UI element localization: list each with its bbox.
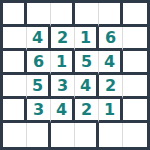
cell-r2c3[interactable]: 2 [51, 27, 75, 51]
cell-r6c5[interactable] [99, 123, 123, 147]
cell-r5c3[interactable]: 4 [51, 99, 75, 123]
cell-r3c2[interactable]: 6 [27, 51, 51, 75]
cell-r1c6[interactable] [123, 3, 147, 27]
cell-r3c4[interactable]: 5 [75, 51, 99, 75]
cell-r2c5[interactable]: 6 [99, 27, 123, 51]
cell-r2c4[interactable]: 1 [75, 27, 99, 51]
cell-r1c2[interactable] [27, 3, 51, 27]
cell-r1c3[interactable] [51, 3, 75, 27]
cell-r2c1[interactable] [3, 27, 27, 51]
cell-r1c4[interactable] [75, 3, 99, 27]
cell-r3c5[interactable]: 4 [99, 51, 123, 75]
cell-r6c4[interactable] [75, 123, 99, 147]
cell-r5c6[interactable] [123, 99, 147, 123]
puzzle-board: 4216615453423421 [0, 0, 150, 150]
cell-r4c6[interactable] [123, 75, 147, 99]
cell-r6c2[interactable] [27, 123, 51, 147]
cell-r3c1[interactable] [3, 51, 27, 75]
cell-r6c3[interactable] [51, 123, 75, 147]
cell-r4c3[interactable]: 3 [51, 75, 75, 99]
cell-r5c2[interactable]: 3 [27, 99, 51, 123]
cell-r2c6[interactable] [123, 27, 147, 51]
cell-r3c3[interactable]: 1 [51, 51, 75, 75]
cell-r4c2[interactable]: 5 [27, 75, 51, 99]
cell-r1c1[interactable] [3, 3, 27, 27]
cell-r4c5[interactable]: 2 [99, 75, 123, 99]
cell-r4c4[interactable]: 4 [75, 75, 99, 99]
cell-r5c5[interactable]: 1 [99, 99, 123, 123]
cell-r5c1[interactable] [3, 99, 27, 123]
cell-r4c1[interactable] [3, 75, 27, 99]
cell-r1c5[interactable] [99, 3, 123, 27]
cell-r3c6[interactable] [123, 51, 147, 75]
cell-r2c2[interactable]: 4 [27, 27, 51, 51]
cell-r6c1[interactable] [3, 123, 27, 147]
cell-r6c6[interactable] [123, 123, 147, 147]
cell-r5c4[interactable]: 2 [75, 99, 99, 123]
